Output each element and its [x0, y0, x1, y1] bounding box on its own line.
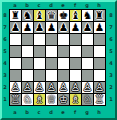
rank-labels-left: 87654321: [2, 9, 8, 106]
square-f7[interactable]: ♟: [70, 22, 81, 33]
file-labels-bottom: abcdefgh: [9, 109, 106, 115]
black-pawn: ♟: [35, 22, 44, 33]
rank-label-5: 5: [2, 45, 8, 57]
black-pawn: ♟: [23, 22, 32, 33]
square-d1[interactable]: ♕: [46, 94, 57, 105]
rank-label-4: 4: [2, 57, 8, 69]
square-g7[interactable]: ♟: [82, 22, 93, 33]
rank-label-2: 2: [2, 81, 8, 93]
square-b2[interactable]: ♙: [22, 82, 33, 93]
square-c4[interactable]: [34, 58, 45, 69]
square-f4[interactable]: [70, 58, 81, 69]
rank-label-5: 5: [108, 45, 114, 57]
rank-label-3: 3: [108, 69, 114, 81]
white-pawn: ♙: [95, 82, 104, 93]
square-c7[interactable]: ♟: [34, 22, 45, 33]
square-e8[interactable]: ♚: [58, 10, 69, 21]
file-label-g: g: [81, 2, 93, 8]
square-a1[interactable]: ♖: [10, 94, 21, 105]
square-g2[interactable]: ♙: [82, 82, 93, 93]
white-bishop: ♗: [71, 94, 80, 105]
square-a4[interactable]: [10, 58, 21, 69]
black-bishop: ♝: [71, 10, 80, 21]
square-d5[interactable]: [46, 46, 57, 57]
square-f3[interactable]: [70, 70, 81, 81]
square-g5[interactable]: [82, 46, 93, 57]
square-d3[interactable]: [46, 70, 57, 81]
square-g1[interactable]: ♘: [82, 94, 93, 105]
square-f8[interactable]: ♝: [70, 10, 81, 21]
rank-label-6: 6: [108, 33, 114, 45]
square-b3[interactable]: [22, 70, 33, 81]
black-pawn: ♟: [59, 22, 68, 33]
square-e1[interactable]: ♔: [58, 94, 69, 105]
square-b6[interactable]: [22, 34, 33, 45]
square-h3[interactable]: [94, 70, 105, 81]
white-rook: ♖: [95, 94, 104, 105]
rank-label-7: 7: [108, 21, 114, 33]
square-e4[interactable]: [58, 58, 69, 69]
square-c3[interactable]: [34, 70, 45, 81]
black-pawn: ♟: [95, 22, 104, 33]
chess-board-frame: abcdefgh 87654321 ♜♞♝♛♚♝♞♜♟♟♟♟♟♟♟♟♙♙♙♙♙♙…: [0, 0, 117, 120]
black-pawn: ♟: [11, 22, 20, 33]
square-h1[interactable]: ♖: [94, 94, 105, 105]
rank-label-7: 7: [2, 21, 8, 33]
black-pawn: ♟: [71, 22, 80, 33]
file-label-c: c: [33, 109, 45, 115]
square-h8[interactable]: ♜: [94, 10, 105, 21]
square-g4[interactable]: [82, 58, 93, 69]
file-label-h: h: [93, 2, 105, 8]
file-label-a: a: [9, 109, 21, 115]
square-h2[interactable]: ♙: [94, 82, 105, 93]
file-label-a: a: [9, 2, 21, 8]
square-e2[interactable]: ♙: [58, 82, 69, 93]
square-a3[interactable]: [10, 70, 21, 81]
black-knight: ♞: [83, 10, 92, 21]
square-f1[interactable]: ♗: [70, 94, 81, 105]
square-b1[interactable]: ♘: [22, 94, 33, 105]
white-knight: ♘: [23, 94, 32, 105]
white-pawn: ♙: [83, 82, 92, 93]
file-label-g: g: [81, 109, 93, 115]
square-g8[interactable]: ♞: [82, 10, 93, 21]
square-e5[interactable]: [58, 46, 69, 57]
white-pawn: ♙: [71, 82, 80, 93]
square-d2[interactable]: ♙: [46, 82, 57, 93]
white-rook: ♖: [11, 94, 20, 105]
square-e6[interactable]: [58, 34, 69, 45]
black-king: ♚: [59, 10, 68, 21]
file-label-f: f: [69, 109, 81, 115]
white-pawn: ♙: [35, 82, 44, 93]
black-knight: ♞: [23, 10, 32, 21]
square-e7[interactable]: ♟: [58, 22, 69, 33]
square-g6[interactable]: [82, 34, 93, 45]
square-h7[interactable]: ♟: [94, 22, 105, 33]
white-bishop: ♗: [35, 94, 44, 105]
square-b8[interactable]: ♞: [22, 10, 33, 21]
file-labels-top: abcdefgh: [9, 2, 106, 8]
file-label-d: d: [45, 109, 57, 115]
square-a7[interactable]: ♟: [10, 22, 21, 33]
file-label-e: e: [57, 109, 69, 115]
square-b4[interactable]: [22, 58, 33, 69]
square-f6[interactable]: [70, 34, 81, 45]
square-c5[interactable]: [34, 46, 45, 57]
file-label-b: b: [21, 109, 33, 115]
rank-labels-right: 87654321: [108, 9, 114, 106]
square-g3[interactable]: [82, 70, 93, 81]
square-e3[interactable]: [58, 70, 69, 81]
white-king: ♔: [59, 94, 68, 105]
rank-label-2: 2: [108, 81, 114, 93]
black-rook: ♜: [11, 10, 20, 21]
square-d4[interactable]: [46, 58, 57, 69]
rank-label-1: 1: [2, 93, 8, 105]
square-d8[interactable]: ♛: [46, 10, 57, 21]
white-pawn: ♙: [23, 82, 32, 93]
square-h6[interactable]: [94, 34, 105, 45]
file-label-d: d: [45, 2, 57, 8]
square-h4[interactable]: [94, 58, 105, 69]
black-pawn: ♟: [47, 22, 56, 33]
square-a2[interactable]: ♙: [10, 82, 21, 93]
square-d7[interactable]: ♟: [46, 22, 57, 33]
square-d6[interactable]: [46, 34, 57, 45]
rank-label-8: 8: [108, 9, 114, 21]
file-label-c: c: [33, 2, 45, 8]
rank-label-4: 4: [108, 57, 114, 69]
square-c2[interactable]: ♙: [34, 82, 45, 93]
square-a6[interactable]: [10, 34, 21, 45]
square-f2[interactable]: ♙: [70, 82, 81, 93]
square-c6[interactable]: [34, 34, 45, 45]
rank-label-3: 3: [2, 69, 8, 81]
square-f5[interactable]: [70, 46, 81, 57]
square-a5[interactable]: [10, 46, 21, 57]
file-label-e: e: [57, 2, 69, 8]
rank-label-6: 6: [2, 33, 8, 45]
square-b7[interactable]: ♟: [22, 22, 33, 33]
white-pawn: ♙: [59, 82, 68, 93]
white-queen: ♕: [47, 94, 56, 105]
square-a8[interactable]: ♜: [10, 10, 21, 21]
chess-board: ♜♞♝♛♚♝♞♜♟♟♟♟♟♟♟♟♙♙♙♙♙♙♙♙♖♘♗♕♔♗♘♖: [9, 9, 106, 106]
square-c1[interactable]: ♗: [34, 94, 45, 105]
black-bishop: ♝: [35, 10, 44, 21]
black-pawn: ♟: [83, 22, 92, 33]
white-pawn: ♙: [47, 82, 56, 93]
rank-label-1: 1: [108, 93, 114, 105]
square-b5[interactable]: [22, 46, 33, 57]
file-label-f: f: [69, 2, 81, 8]
white-knight: ♘: [83, 94, 92, 105]
file-label-b: b: [21, 2, 33, 8]
square-h5[interactable]: [94, 46, 105, 57]
rank-label-8: 8: [2, 9, 8, 21]
black-rook: ♜: [95, 10, 104, 21]
black-queen: ♛: [47, 10, 56, 21]
square-c8[interactable]: ♝: [34, 10, 45, 21]
file-label-h: h: [93, 109, 105, 115]
white-pawn: ♙: [11, 82, 20, 93]
